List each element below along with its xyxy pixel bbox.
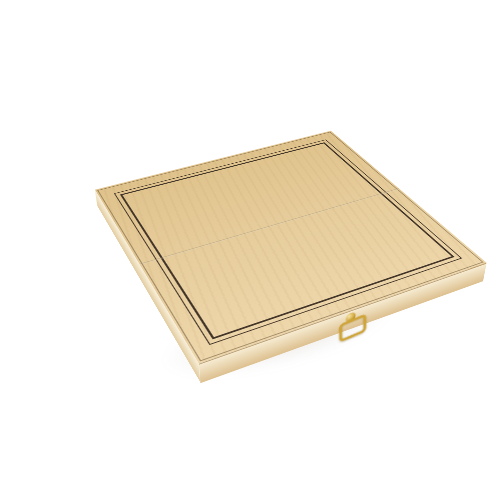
photo-canvas — [0, 0, 500, 500]
board-3d — [95, 131, 487, 364]
clasp-loop-icon — [339, 313, 366, 342]
scene — [0, 0, 500, 500]
